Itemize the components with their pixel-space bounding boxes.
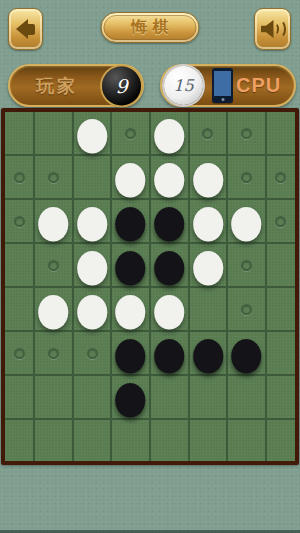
black-disc: ● [113, 330, 147, 375]
board-cell[interactable]: ● [112, 288, 149, 330]
legal-move-hint[interactable] [241, 128, 252, 139]
board-cell[interactable] [267, 376, 295, 418]
legal-move-hint[interactable] [14, 172, 25, 183]
white-disc: ● [152, 154, 186, 199]
white-disc: ● [36, 198, 70, 243]
player-label: 玩家 [36, 74, 78, 98]
board-cell[interactable] [74, 376, 111, 418]
board-cell[interactable] [74, 420, 111, 461]
white-disc: ● [75, 110, 109, 155]
board-cell[interactable] [112, 112, 149, 154]
othello-game-screen: 悔棋 玩家 9 15 CPU ●●●●●●●●●●●●●●●●●●●●●●●● [0, 0, 300, 533]
board-cell[interactable] [151, 376, 188, 418]
board-cell[interactable] [5, 332, 33, 374]
board-cell[interactable] [267, 156, 295, 198]
board-cell[interactable] [151, 420, 188, 461]
board-cell[interactable]: ● [190, 244, 227, 286]
board-cell[interactable]: ● [151, 288, 188, 330]
board-cell[interactable]: ● [190, 156, 227, 198]
board-cell[interactable] [228, 420, 265, 461]
board-cell[interactable] [35, 112, 72, 154]
board-cell[interactable] [190, 376, 227, 418]
board-cell[interactable] [228, 288, 265, 330]
board-cell[interactable]: ● [228, 332, 265, 374]
white-disc: ● [36, 286, 70, 331]
board-cell[interactable]: ● [228, 200, 265, 242]
board-cell[interactable] [35, 244, 72, 286]
legal-move-hint[interactable] [125, 128, 136, 139]
board-cell[interactable] [35, 156, 72, 198]
white-disc: ● [113, 154, 147, 199]
black-disc: ● [113, 374, 147, 419]
board-cell[interactable] [35, 332, 72, 374]
board-cell[interactable] [190, 288, 227, 330]
board-cell[interactable]: ● [112, 156, 149, 198]
board-cell[interactable]: ● [35, 288, 72, 330]
board-cell[interactable] [5, 244, 33, 286]
white-disc: ● [229, 198, 263, 243]
white-disc: ● [152, 110, 186, 155]
board-cell[interactable] [267, 332, 295, 374]
player-score-panel: 玩家 9 [8, 64, 144, 107]
player-score: 9 [115, 75, 127, 97]
board-cell[interactable]: ● [74, 112, 111, 154]
board-cell[interactable] [267, 200, 295, 242]
board-cell[interactable]: ● [151, 244, 188, 286]
board-cell[interactable]: ● [151, 156, 188, 198]
white-disc: ● [75, 242, 109, 287]
cpu-label: CPU [236, 74, 281, 97]
legal-move-hint[interactable] [241, 304, 252, 315]
board-cell[interactable]: ● [151, 112, 188, 154]
back-arrow-icon [16, 19, 35, 39]
board-cell[interactable] [74, 332, 111, 374]
board-cell[interactable]: ● [190, 200, 227, 242]
board-cell[interactable] [5, 156, 33, 198]
board-cell[interactable] [267, 244, 295, 286]
legal-move-hint[interactable] [48, 260, 59, 271]
back-button[interactable] [8, 8, 43, 50]
board-cell[interactable] [228, 376, 265, 418]
board-cell[interactable] [5, 288, 33, 330]
legal-move-hint[interactable] [275, 172, 286, 183]
board-cell[interactable] [5, 376, 33, 418]
board-cell[interactable]: ● [74, 288, 111, 330]
board-cell[interactable] [267, 420, 295, 461]
player-black-disc: 9 [102, 66, 141, 105]
white-disc: ● [75, 286, 109, 331]
cpu-score-panel: 15 CPU [160, 64, 296, 107]
board-cell[interactable]: ● [74, 244, 111, 286]
black-disc: ● [113, 242, 147, 287]
white-disc: ● [191, 242, 225, 287]
black-disc: ● [152, 242, 186, 287]
legal-move-hint[interactable] [14, 348, 25, 359]
board: ●●●●●●●●●●●●●●●●●●●●●●●● [5, 112, 295, 461]
board-cell[interactable] [5, 112, 33, 154]
board-cell[interactable] [190, 112, 227, 154]
white-disc: ● [152, 286, 186, 331]
undo-button-label: 悔棋 [127, 17, 174, 38]
board-cell[interactable] [267, 112, 295, 154]
black-disc: ● [152, 330, 186, 375]
white-disc: ● [191, 154, 225, 199]
board-cell[interactable]: ● [74, 200, 111, 242]
board-cell[interactable] [228, 112, 265, 154]
board-cell[interactable]: ● [112, 200, 149, 242]
legal-move-hint[interactable] [48, 348, 59, 359]
board-cell[interactable]: ● [190, 332, 227, 374]
board-cell[interactable]: ● [151, 200, 188, 242]
white-disc: ● [191, 198, 225, 243]
board-cell[interactable]: ● [151, 332, 188, 374]
legal-move-hint[interactable] [275, 216, 286, 227]
board-cell[interactable]: ● [35, 200, 72, 242]
legal-move-hint[interactable] [87, 348, 98, 359]
black-disc: ● [229, 330, 263, 375]
phone-icon [212, 68, 233, 103]
cpu-score: 15 [173, 76, 193, 95]
board-cell[interactable]: ● [112, 244, 149, 286]
board-cell[interactable]: ● [112, 376, 149, 418]
board-cell[interactable] [5, 200, 33, 242]
legal-move-hint[interactable] [202, 128, 213, 139]
board-cell[interactable] [35, 376, 72, 418]
speaker-on-icon [261, 18, 285, 40]
legal-move-hint[interactable] [14, 216, 25, 227]
legal-move-hint[interactable] [241, 172, 252, 183]
board-cell[interactable] [74, 156, 111, 198]
cpu-white-disc: 15 [164, 66, 203, 105]
board-cell[interactable]: ● [112, 332, 149, 374]
legal-move-hint[interactable] [48, 172, 59, 183]
board-cell[interactable] [35, 420, 72, 461]
black-disc: ● [113, 198, 147, 243]
white-disc: ● [113, 286, 147, 331]
black-disc: ● [191, 330, 225, 375]
board-frame: ●●●●●●●●●●●●●●●●●●●●●●●● [1, 108, 299, 465]
board-cell[interactable] [228, 244, 265, 286]
board-cell[interactable] [190, 420, 227, 461]
board-cell[interactable] [5, 420, 33, 461]
undo-button[interactable]: 悔棋 [101, 12, 200, 43]
white-disc: ● [75, 198, 109, 243]
board-cell[interactable] [267, 288, 295, 330]
sound-button[interactable] [254, 8, 291, 50]
board-cell[interactable] [228, 156, 265, 198]
black-disc: ● [152, 198, 186, 243]
legal-move-hint[interactable] [241, 260, 252, 271]
board-cell[interactable] [112, 420, 149, 461]
